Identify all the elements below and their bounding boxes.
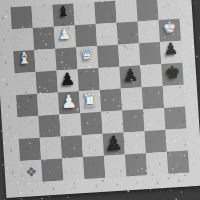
file-label-e: e xyxy=(116,183,118,187)
file-label-c: c xyxy=(74,185,76,189)
square-e8 xyxy=(94,1,116,24)
piece-white-pawn-c4: ♟ xyxy=(60,92,77,111)
square-h3 xyxy=(164,107,186,130)
square-a3 xyxy=(17,116,39,139)
square-h5: ♚ xyxy=(161,63,183,86)
rank-label-3: 3 xyxy=(8,127,11,131)
square-c5: ♟ xyxy=(57,69,79,92)
square-e2: ♟ xyxy=(103,133,125,156)
square-c7: ♟ xyxy=(54,25,76,48)
square-g6 xyxy=(139,42,161,65)
rank-label-6: 6 xyxy=(4,61,7,65)
square-a4 xyxy=(16,94,38,117)
diamond-ornament-icon: ❖ xyxy=(25,165,37,179)
square-b2 xyxy=(40,136,62,159)
piece-black-pawn-h6: ♟ xyxy=(163,41,178,58)
file-label-h: h xyxy=(178,179,181,183)
square-c2 xyxy=(61,135,83,158)
piece-white-king-h7: ♚ xyxy=(162,20,176,36)
square-d5 xyxy=(78,68,100,91)
square-g3 xyxy=(143,108,165,131)
square-a1: ❖ xyxy=(20,160,42,183)
piece-black-pawn-f5: ♟ xyxy=(122,66,138,84)
square-b1 xyxy=(41,158,63,181)
rank-label-7: 7 xyxy=(3,39,6,43)
square-f7 xyxy=(117,21,139,44)
chessboard-grid: ♝♟♚♝♛♟♟♟♚♟♜♟❖ xyxy=(10,0,189,183)
square-f3 xyxy=(122,109,144,132)
square-d2 xyxy=(82,134,104,157)
piece-black-bishop-c8: ♝ xyxy=(57,4,70,19)
square-g2 xyxy=(145,130,167,153)
square-f5: ♟ xyxy=(119,65,141,88)
piece-white-queen-d6: ♛ xyxy=(79,46,94,63)
square-d4: ♜ xyxy=(79,90,101,113)
piece-white-rook-d4: ♜ xyxy=(81,91,98,110)
square-c1 xyxy=(62,157,84,180)
square-g4 xyxy=(142,86,164,109)
square-b4 xyxy=(37,93,59,116)
square-f4 xyxy=(121,87,143,110)
square-g8 xyxy=(136,0,158,21)
square-g1 xyxy=(146,152,168,175)
rank-label-4: 4 xyxy=(7,105,10,109)
square-e1 xyxy=(104,154,126,177)
piece-black-pawn-e2: ♟ xyxy=(104,133,123,154)
square-a5 xyxy=(15,72,37,95)
square-g7 xyxy=(138,20,160,43)
square-c3 xyxy=(59,113,81,136)
chessboard-frame: ♝♟♚♝♛♟♟♟♚♟♜♟❖ abcdefgh 12345678 xyxy=(0,0,200,198)
square-e7 xyxy=(96,23,118,46)
piece-black-pawn-c5: ♟ xyxy=(59,70,75,88)
square-a8 xyxy=(10,6,32,29)
square-d1 xyxy=(83,156,105,179)
file-label-f: f xyxy=(137,181,138,185)
square-g5 xyxy=(140,64,162,87)
file-label-a: a xyxy=(31,188,33,192)
square-a6: ♝ xyxy=(13,50,35,73)
square-a2 xyxy=(19,138,41,161)
square-b3 xyxy=(38,115,60,138)
piece-white-pawn-c7: ♟ xyxy=(58,26,72,42)
square-e4 xyxy=(100,89,122,112)
square-b6 xyxy=(34,49,56,72)
rank-label-5: 5 xyxy=(6,83,9,87)
square-d6: ♛ xyxy=(76,46,98,69)
rank-label-8: 8 xyxy=(1,17,4,21)
square-c4: ♟ xyxy=(58,91,80,114)
square-h2 xyxy=(165,129,187,152)
rank-label-2: 2 xyxy=(10,149,13,153)
square-d3 xyxy=(80,112,102,135)
square-h4 xyxy=(163,85,185,108)
file-label-d: d xyxy=(95,184,98,188)
file-label-g: g xyxy=(156,180,159,184)
square-b5 xyxy=(36,71,58,94)
chessboard-photo: ♝♟♚♝♛♟♟♟♚♟♜♟❖ abcdefgh 12345678 xyxy=(0,0,200,200)
square-e6 xyxy=(97,45,119,68)
square-c8: ♝ xyxy=(52,3,74,26)
square-e5 xyxy=(98,67,120,90)
square-f2 xyxy=(124,131,146,154)
square-h1 xyxy=(167,151,189,174)
square-b7 xyxy=(33,27,55,50)
square-b8 xyxy=(31,5,53,28)
piece-white-bishop-a6: ♝ xyxy=(17,50,32,67)
square-f1 xyxy=(125,153,147,176)
square-d8 xyxy=(73,2,95,25)
piece-black-king-h5: ♚ xyxy=(164,63,180,81)
file-label-b: b xyxy=(53,187,56,191)
square-f8 xyxy=(115,0,137,23)
rank-label-1: 1 xyxy=(11,171,14,175)
